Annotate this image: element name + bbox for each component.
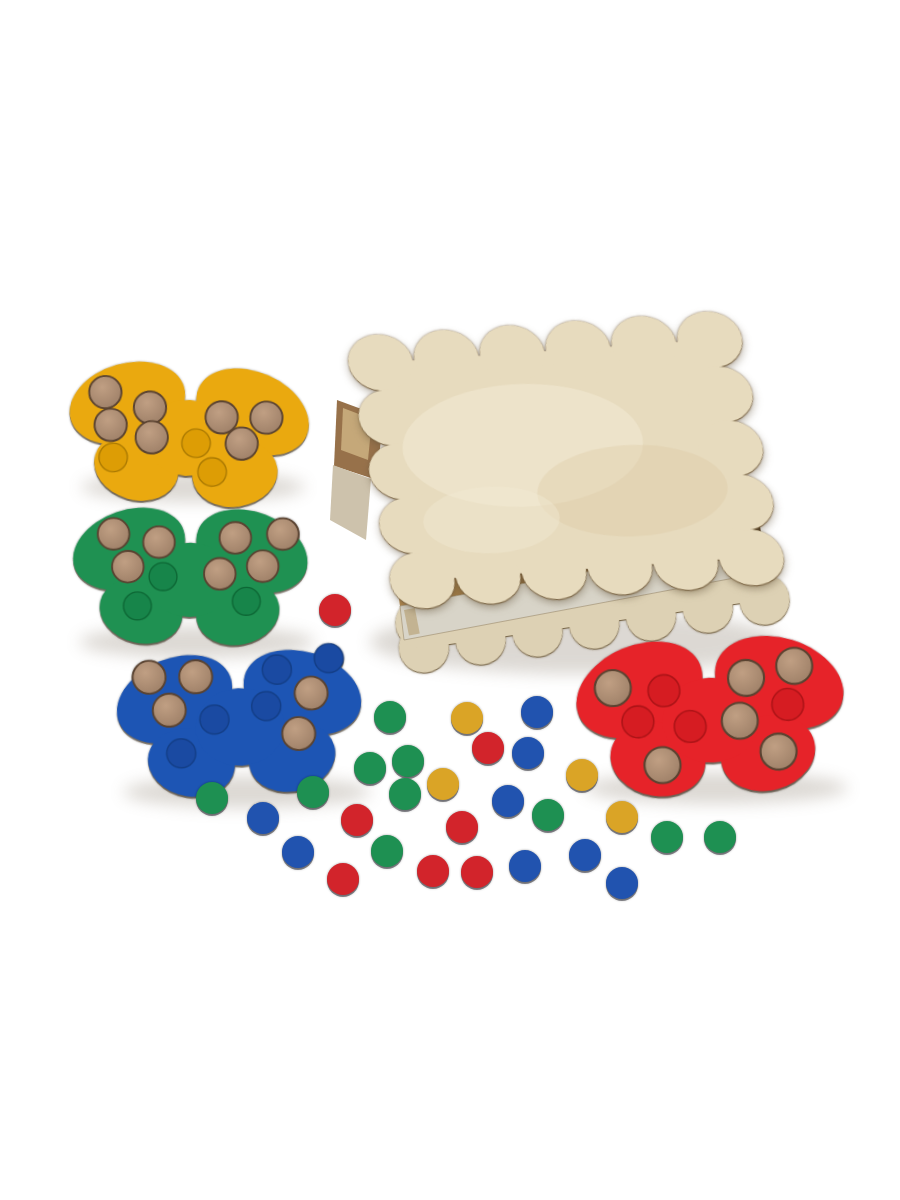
chip-green[interactable]	[196, 782, 228, 814]
butterfly-yellow-open-hole	[249, 400, 283, 434]
butterfly-blue-open-hole	[152, 693, 187, 728]
butterfly-red-flush-circle	[771, 688, 804, 721]
butterfly-green-open-hole	[143, 526, 175, 558]
chip-red[interactable]	[327, 863, 359, 895]
butterfly-red-flush-circle	[621, 705, 654, 738]
chip-red[interactable]	[341, 804, 373, 836]
chip-green[interactable]	[371, 835, 403, 867]
chip-blue[interactable]	[512, 737, 544, 769]
butterfly-green-flush-circle	[232, 587, 260, 615]
chip-yellow[interactable]	[427, 768, 459, 800]
chip-red[interactable]	[472, 732, 504, 764]
chip-blue[interactable]	[521, 696, 553, 728]
chip-blue[interactable]	[606, 867, 638, 899]
butterfly-yellow-open-hole	[133, 390, 167, 424]
butterfly-blue-open-hole	[281, 716, 316, 751]
butterfly-green-open-hole	[247, 550, 279, 582]
chip-yellow[interactable]	[606, 801, 638, 833]
butterfly-green-flush-circle	[149, 562, 177, 590]
chip-blue[interactable]	[282, 836, 314, 868]
butterfly-yellow-open-hole	[93, 408, 127, 442]
butterfly-green-open-hole	[97, 518, 129, 550]
butterfly-red-open-hole	[644, 746, 682, 784]
butterfly-blue-open-hole	[178, 659, 213, 694]
chip-green[interactable]	[354, 752, 386, 784]
chip-red[interactable]	[417, 855, 449, 887]
chip-green[interactable]	[704, 821, 736, 853]
butterfly-green-open-hole	[204, 558, 236, 590]
butterfly-blue-flush-circle	[251, 691, 282, 722]
chip-red[interactable]	[446, 811, 478, 843]
butterfly-red-open-hole	[775, 647, 813, 685]
butterfly-blue-flush-circle	[262, 654, 293, 685]
butterfly-green-open-hole	[219, 522, 251, 554]
butterfly-green-flush-circle	[123, 592, 151, 620]
wooden-box-lid[interactable]	[343, 310, 788, 611]
chip-green[interactable]	[392, 745, 424, 777]
chip-yellow[interactable]	[451, 702, 483, 734]
chip-blue[interactable]	[492, 785, 524, 817]
chip-yellow[interactable]	[566, 759, 598, 791]
chip-green[interactable]	[297, 776, 329, 808]
chip-blue[interactable]	[509, 850, 541, 882]
butterfly-yellow-open-hole	[88, 375, 122, 409]
butterfly-yellow-open-hole	[134, 420, 168, 454]
butterfly-red-flush-circle	[647, 674, 680, 707]
butterfly-green-open-hole	[267, 518, 299, 550]
butterfly-blue-flush-circle	[199, 704, 230, 735]
butterfly-blue-open-hole	[294, 676, 329, 711]
scene-svg	[0, 0, 900, 1200]
chip-red[interactable]	[461, 856, 493, 888]
chip-green[interactable]	[374, 701, 406, 733]
butterfly-yellow-open-hole	[225, 426, 259, 460]
butterfly-red-open-hole	[594, 669, 632, 707]
chip-green[interactable]	[651, 821, 683, 853]
butterfly-blue-flush-circle	[166, 738, 197, 769]
butterfly-red-open-hole	[721, 702, 759, 740]
chip-green[interactable]	[389, 778, 421, 810]
butterfly-blue-flush-circle	[313, 643, 344, 674]
butterfly-blue-open-hole	[132, 660, 167, 695]
scene	[0, 0, 900, 1200]
butterfly-red-open-hole	[760, 733, 798, 771]
butterfly-red-open-hole	[727, 659, 765, 697]
butterfly-red-flush-circle	[674, 710, 707, 743]
butterfly-green-open-hole	[112, 551, 144, 583]
chip-green[interactable]	[532, 799, 564, 831]
chip-red[interactable]	[319, 594, 351, 626]
chip-blue[interactable]	[569, 839, 601, 871]
chip-blue[interactable]	[247, 802, 279, 834]
